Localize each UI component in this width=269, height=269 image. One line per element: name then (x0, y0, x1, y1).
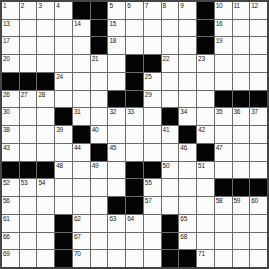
clue-number-67: 67 (74, 233, 81, 241)
clue-number-69: 69 (3, 250, 10, 258)
cell-r10c10[interactable]: 50 (162, 162, 179, 179)
cell-r3c15[interactable] (250, 37, 267, 54)
cell-r4c4[interactable] (55, 55, 72, 72)
clue-number-66: 66 (3, 233, 10, 241)
cell-r7c11[interactable]: 34 (179, 108, 196, 125)
cell-r10c4[interactable]: 48 (55, 162, 72, 179)
black-cell-r11c13 (215, 179, 232, 196)
cell-r14c5[interactable]: 67 (73, 233, 90, 250)
cell-r2c4[interactable] (55, 20, 72, 37)
clue-number-59: 59 (234, 197, 241, 205)
cell-r10c11[interactable] (179, 162, 196, 179)
cell-r1c2[interactable]: 2 (20, 2, 37, 19)
cell-r14c6[interactable] (91, 233, 108, 250)
cell-r4c2[interactable] (20, 55, 37, 72)
black-cell-r15c11 (179, 250, 196, 267)
cell-r13c15[interactable] (250, 215, 267, 232)
cell-r13c7[interactable]: 63 (108, 215, 125, 232)
clue-number-49: 49 (92, 162, 99, 170)
clue-number-2: 2 (21, 2, 24, 10)
cell-r13c2[interactable] (20, 215, 37, 232)
cell-r9c15[interactable] (250, 144, 267, 161)
cell-r8c3[interactable] (37, 126, 54, 143)
cell-r7c2[interactable] (20, 108, 37, 125)
cell-r9c1[interactable]: 43 (2, 144, 19, 161)
clue-number-31: 31 (74, 108, 81, 116)
cell-r15c9[interactable] (144, 250, 161, 267)
clue-number-52: 52 (3, 179, 10, 187)
black-cell-r11c15 (250, 179, 267, 196)
cell-r14c13[interactable] (215, 233, 232, 250)
cell-r4c10[interactable]: 22 (162, 55, 179, 72)
cell-r1c4[interactable]: 4 (55, 2, 72, 19)
cell-r6c12[interactable] (197, 91, 214, 108)
clue-number-9: 9 (180, 2, 183, 10)
clue-number-68: 68 (180, 233, 187, 241)
cell-r8c9[interactable] (144, 126, 161, 143)
black-cell-r15c4 (55, 250, 72, 267)
black-cell-r7c4 (55, 108, 72, 125)
cell-r10c7[interactable] (108, 162, 125, 179)
cell-r11c4[interactable] (55, 179, 72, 196)
cell-r15c12[interactable]: 71 (197, 250, 214, 267)
cell-r9c8[interactable] (126, 144, 143, 161)
cell-r12c6[interactable] (91, 197, 108, 214)
cell-r5c5[interactable] (73, 73, 90, 90)
cell-r9c9[interactable] (144, 144, 161, 161)
cell-r14c8[interactable] (126, 233, 143, 250)
cell-r9c11[interactable]: 46 (179, 144, 196, 161)
cell-r2c14[interactable] (233, 20, 250, 37)
black-cell-r4c8 (126, 55, 143, 72)
black-cell-r10c8 (126, 162, 143, 179)
cell-r2c8[interactable] (126, 20, 143, 37)
cell-r7c3[interactable] (37, 108, 54, 125)
black-cell-r3c6 (91, 37, 108, 54)
cell-r14c15[interactable] (250, 233, 267, 250)
clue-number-39: 39 (56, 126, 63, 134)
black-cell-r14c4 (55, 233, 72, 250)
cell-r7c12[interactable] (197, 108, 214, 125)
black-cell-r7c10 (162, 108, 179, 125)
cell-r1c10[interactable]: 8 (162, 2, 179, 19)
clue-number-33: 33 (127, 108, 134, 116)
cell-r11c11[interactable] (179, 179, 196, 196)
cell-r9c5[interactable]: 44 (73, 144, 90, 161)
clue-number-58: 58 (216, 197, 223, 205)
clue-number-37: 37 (251, 108, 258, 116)
black-cell-r6c7 (108, 91, 125, 108)
cell-r6c4[interactable] (55, 91, 72, 108)
cell-r4c3[interactable] (37, 55, 54, 72)
cell-r15c2[interactable] (20, 250, 37, 267)
cell-r1c13[interactable]: 10 (215, 2, 232, 19)
cell-r12c14[interactable]: 59 (233, 197, 250, 214)
cell-r12c15[interactable]: 60 (250, 197, 267, 214)
cell-r1c15[interactable]: 12 (250, 2, 267, 19)
cell-r7c1[interactable]: 30 (2, 108, 19, 125)
cell-r6c10[interactable] (162, 91, 179, 108)
cell-r13c1[interactable]: 61 (2, 215, 19, 232)
black-cell-r10c2 (20, 162, 37, 179)
cell-r9c10[interactable] (162, 144, 179, 161)
clue-number-34: 34 (180, 108, 187, 116)
cell-r10c13[interactable] (215, 162, 232, 179)
cell-r14c7[interactable] (108, 233, 125, 250)
cell-r9c13[interactable]: 47 (215, 144, 232, 161)
clue-number-70: 70 (74, 250, 81, 258)
cell-r4c13[interactable] (215, 55, 232, 72)
clue-number-32: 32 (109, 108, 116, 116)
clue-number-40: 40 (92, 126, 99, 134)
cell-r13c9[interactable] (144, 215, 161, 232)
clue-number-25: 25 (145, 73, 152, 81)
cell-r13c11[interactable]: 65 (179, 215, 196, 232)
cell-r10c12[interactable]: 51 (197, 162, 214, 179)
black-cell-r1c5 (73, 2, 90, 19)
black-cell-r10c3 (37, 162, 54, 179)
cell-r5c13[interactable] (215, 73, 232, 90)
clue-number-22: 22 (163, 55, 170, 63)
black-cell-r12c8 (126, 197, 143, 214)
cell-r10c15[interactable] (250, 162, 267, 179)
clue-number-63: 63 (109, 215, 116, 223)
cell-r11c5[interactable] (73, 179, 90, 196)
clue-number-6: 6 (127, 2, 130, 10)
cell-r12c12[interactable] (197, 197, 214, 214)
cell-r14c12[interactable] (197, 233, 214, 250)
clue-number-62: 62 (74, 215, 81, 223)
clue-number-29: 29 (145, 91, 152, 99)
clue-number-57: 57 (145, 197, 152, 205)
cell-r9c14[interactable] (233, 144, 250, 161)
clue-number-16: 16 (216, 20, 223, 28)
clue-number-35: 35 (216, 108, 223, 116)
clue-number-24: 24 (56, 73, 63, 81)
black-cell-r5c3 (37, 73, 54, 90)
cell-r1c8[interactable]: 6 (126, 2, 143, 19)
clue-number-28: 28 (38, 91, 45, 99)
clue-number-43: 43 (3, 144, 10, 152)
cell-r15c6[interactable] (91, 250, 108, 267)
cell-r12c13[interactable]: 58 (215, 197, 232, 214)
black-cell-r5c2 (20, 73, 37, 90)
black-cell-r15c10 (162, 250, 179, 267)
black-cell-r1c12 (197, 2, 214, 19)
cell-r7c8[interactable]: 33 (126, 108, 143, 125)
cell-r14c3[interactable] (37, 233, 54, 250)
clue-number-11: 11 (234, 2, 240, 10)
cell-r12c10[interactable] (162, 197, 179, 214)
cell-r9c2[interactable] (20, 144, 37, 161)
cell-r3c8[interactable] (126, 37, 143, 54)
black-cell-r6c13 (215, 91, 232, 108)
cell-r4c6[interactable]: 21 (91, 55, 108, 72)
clue-number-7: 7 (145, 2, 148, 10)
black-cell-r11c14 (233, 179, 250, 196)
cell-r14c11[interactable]: 68 (179, 233, 196, 250)
black-cell-r8c11 (179, 126, 196, 143)
cell-r13c8[interactable]: 64 (126, 215, 143, 232)
clue-number-54: 54 (38, 179, 45, 187)
cell-r4c5[interactable] (73, 55, 90, 72)
cell-r6c1[interactable]: 26 (2, 91, 19, 108)
cell-r12c9[interactable]: 57 (144, 197, 161, 214)
cell-r1c9[interactable]: 7 (144, 2, 161, 19)
cell-r15c15[interactable] (250, 250, 267, 267)
cell-r6c9[interactable]: 29 (144, 91, 161, 108)
black-cell-r3c12 (197, 37, 214, 54)
clue-number-45: 45 (109, 144, 116, 152)
cell-r15c7[interactable] (108, 250, 125, 267)
cell-r4c1[interactable]: 20 (2, 55, 19, 72)
cell-r5c10[interactable] (162, 73, 179, 90)
clue-number-53: 53 (21, 179, 28, 187)
clue-number-19: 19 (216, 37, 223, 45)
cell-r12c4[interactable] (55, 197, 72, 214)
cell-r11c6[interactable] (91, 179, 108, 196)
cell-r3c1[interactable]: 17 (2, 37, 19, 54)
clue-number-30: 30 (3, 108, 10, 116)
cell-r6c5[interactable] (73, 91, 90, 108)
crossword-grid: 1234567891011121314151617181920212223242… (0, 0, 269, 269)
cell-r5c12[interactable] (197, 73, 214, 90)
clue-number-14: 14 (74, 20, 81, 28)
cell-r1c11[interactable]: 9 (179, 2, 196, 19)
clue-number-41: 41 (163, 126, 170, 134)
clue-number-47: 47 (216, 144, 223, 152)
cell-r2c2[interactable] (20, 20, 37, 37)
black-cell-r13c10 (162, 215, 179, 232)
cell-r5c14[interactable] (233, 73, 250, 90)
black-cell-r2c12 (197, 20, 214, 37)
clue-number-5: 5 (109, 2, 112, 10)
cell-r11c2[interactable]: 53 (20, 179, 37, 196)
cell-r2c10[interactable] (162, 20, 179, 37)
cell-r14c9[interactable] (144, 233, 161, 250)
clue-number-38: 38 (3, 126, 10, 134)
cell-r13c6[interactable] (91, 215, 108, 232)
cell-r3c13[interactable]: 19 (215, 37, 232, 54)
cell-r11c3[interactable]: 54 (37, 179, 54, 196)
cell-r15c14[interactable] (233, 250, 250, 267)
cell-r5c9[interactable]: 25 (144, 73, 161, 90)
cell-r12c2[interactable] (20, 197, 37, 214)
cell-r12c5[interactable] (73, 197, 90, 214)
crossword-puzzle: 1234567891011121314151617181920212223242… (0, 0, 269, 269)
black-cell-r2c6 (91, 20, 108, 37)
black-cell-r9c12 (197, 144, 214, 161)
cell-r3c9[interactable] (144, 37, 161, 54)
cell-r15c1[interactable]: 69 (2, 250, 19, 267)
cell-r14c14[interactable] (233, 233, 250, 250)
cell-r7c15[interactable]: 37 (250, 108, 267, 125)
cell-r15c8[interactable] (126, 250, 143, 267)
cell-r6c2[interactable]: 27 (20, 91, 37, 108)
cell-r3c7[interactable]: 18 (108, 37, 125, 54)
cell-r5c7[interactable] (108, 73, 125, 90)
clue-number-13: 13 (3, 20, 10, 28)
cell-r13c13[interactable] (215, 215, 232, 232)
cell-r4c7[interactable] (108, 55, 125, 72)
cell-r13c14[interactable] (233, 215, 250, 232)
clue-number-48: 48 (56, 162, 63, 170)
cell-r3c11[interactable] (179, 37, 196, 54)
black-cell-r10c9 (144, 162, 161, 179)
black-cell-r6c15 (250, 91, 267, 108)
cell-r2c13[interactable]: 16 (215, 20, 232, 37)
cell-r8c13[interactable] (215, 126, 232, 143)
cell-r8c4[interactable]: 39 (55, 126, 72, 143)
clue-number-10: 10 (216, 2, 223, 10)
cell-r3c5[interactable] (73, 37, 90, 54)
cell-r1c3[interactable]: 3 (37, 2, 54, 19)
clue-number-61: 61 (3, 215, 10, 223)
clue-number-21: 21 (92, 55, 99, 63)
cell-r8c2[interactable] (20, 126, 37, 143)
cell-r2c9[interactable] (144, 20, 161, 37)
cell-r3c3[interactable] (37, 37, 54, 54)
clue-number-46: 46 (180, 144, 187, 152)
cell-r6c6[interactable] (91, 91, 108, 108)
black-cell-r10c1 (2, 162, 19, 179)
cell-r12c1[interactable]: 56 (2, 197, 19, 214)
cell-r13c12[interactable] (197, 215, 214, 232)
clue-number-60: 60 (251, 197, 258, 205)
clue-number-42: 42 (198, 126, 205, 134)
cell-r5c11[interactable] (179, 73, 196, 90)
cell-r9c7[interactable]: 45 (108, 144, 125, 161)
clue-number-8: 8 (163, 2, 166, 10)
cell-r13c3[interactable] (37, 215, 54, 232)
cell-r4c15[interactable] (250, 55, 267, 72)
cell-r4c14[interactable] (233, 55, 250, 72)
cell-r2c15[interactable] (250, 20, 267, 37)
cell-r15c5[interactable]: 70 (73, 250, 90, 267)
black-cell-r6c8 (126, 91, 143, 108)
cell-r8c8[interactable] (126, 126, 143, 143)
clue-number-23: 23 (198, 55, 205, 63)
cell-r14c2[interactable] (20, 233, 37, 250)
cell-r8c6[interactable]: 40 (91, 126, 108, 143)
cell-r3c2[interactable] (20, 37, 37, 54)
cell-r15c3[interactable] (37, 250, 54, 267)
cell-r8c15[interactable] (250, 126, 267, 143)
black-cell-r13c4 (55, 215, 72, 232)
cell-r2c7[interactable]: 15 (108, 20, 125, 37)
cell-r12c3[interactable] (37, 197, 54, 214)
clue-number-18: 18 (109, 37, 116, 45)
cell-r11c10[interactable] (162, 179, 179, 196)
clue-number-64: 64 (127, 215, 134, 223)
clue-number-3: 3 (38, 2, 41, 10)
clue-number-50: 50 (163, 162, 170, 170)
cell-r6c11[interactable] (179, 91, 196, 108)
cell-r8c7[interactable] (108, 126, 125, 143)
cell-r8c10[interactable]: 41 (162, 126, 179, 143)
cell-r2c3[interactable] (37, 20, 54, 37)
cell-r11c7[interactable] (108, 179, 125, 196)
cell-r8c14[interactable] (233, 126, 250, 143)
cell-r10c5[interactable] (73, 162, 90, 179)
clue-number-36: 36 (234, 108, 241, 116)
cell-r12c11[interactable] (179, 197, 196, 214)
cell-r3c4[interactable] (55, 37, 72, 54)
black-cell-r12c7 (108, 197, 125, 214)
cell-r7c9[interactable] (144, 108, 161, 125)
clue-number-51: 51 (198, 162, 205, 170)
black-cell-r8c5 (73, 126, 90, 143)
black-cell-r5c1 (2, 73, 19, 90)
cell-r13c5[interactable]: 62 (73, 215, 90, 232)
black-cell-r5c8 (126, 73, 143, 90)
cell-r7c6[interactable] (91, 108, 108, 125)
clue-number-27: 27 (21, 91, 28, 99)
cell-r5c15[interactable] (250, 73, 267, 90)
cell-r5c6[interactable] (91, 73, 108, 90)
cell-r10c6[interactable]: 49 (91, 162, 108, 179)
clue-number-44: 44 (74, 144, 81, 152)
cell-r1c1[interactable]: 1 (2, 2, 19, 19)
clue-number-17: 17 (3, 37, 10, 45)
cell-r7c14[interactable]: 36 (233, 108, 250, 125)
cell-r2c11[interactable] (179, 20, 196, 37)
cell-r8c1[interactable]: 38 (2, 126, 19, 143)
cell-r4c12[interactable]: 23 (197, 55, 214, 72)
cell-r11c9[interactable]: 55 (144, 179, 161, 196)
cell-r7c13[interactable]: 35 (215, 108, 232, 125)
cell-r2c5[interactable]: 14 (73, 20, 90, 37)
cell-r11c1[interactable]: 52 (2, 179, 19, 196)
cell-r5c4[interactable]: 24 (55, 73, 72, 90)
cell-r9c3[interactable] (37, 144, 54, 161)
cell-r9c4[interactable] (55, 144, 72, 161)
black-cell-r4c9 (144, 55, 161, 72)
cell-r1c7[interactable]: 5 (108, 2, 125, 19)
cell-r4c11[interactable] (179, 55, 196, 72)
cell-r7c7[interactable]: 32 (108, 108, 125, 125)
black-cell-r6c14 (233, 91, 250, 108)
cell-r7c5[interactable]: 31 (73, 108, 90, 125)
clue-number-4: 4 (56, 2, 59, 10)
cell-r3c14[interactable] (233, 37, 250, 54)
cell-r15c13[interactable] (215, 250, 232, 267)
cell-r10c14[interactable] (233, 162, 250, 179)
cell-r6c3[interactable]: 28 (37, 91, 54, 108)
black-cell-r14c10 (162, 233, 179, 250)
black-cell-r9c6 (91, 144, 108, 161)
cell-r2c1[interactable]: 13 (2, 20, 19, 37)
clue-number-26: 26 (3, 91, 10, 99)
cell-r8c12[interactable]: 42 (197, 126, 214, 143)
clue-number-65: 65 (180, 215, 187, 223)
cell-r3c10[interactable] (162, 37, 179, 54)
cell-r11c12[interactable] (197, 179, 214, 196)
clue-number-55: 55 (145, 179, 152, 187)
cell-r14c1[interactable]: 66 (2, 233, 19, 250)
clue-number-71: 71 (198, 250, 205, 258)
clue-number-15: 15 (109, 20, 116, 28)
clue-number-20: 20 (3, 55, 10, 63)
black-cell-r1c6 (91, 2, 108, 19)
cell-r1c14[interactable]: 11 (233, 2, 250, 19)
clue-number-1: 1 (3, 2, 6, 10)
clue-number-12: 12 (251, 2, 258, 10)
black-cell-r11c8 (126, 179, 143, 196)
clue-number-56: 56 (3, 197, 10, 205)
